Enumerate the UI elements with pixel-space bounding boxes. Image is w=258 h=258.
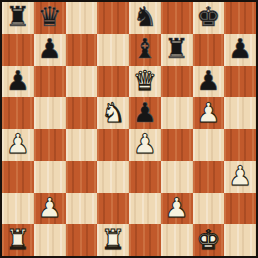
square-a7[interactable] — [2, 34, 34, 66]
square-a2[interactable] — [2, 193, 34, 225]
square-d1[interactable]: ♜ — [97, 224, 129, 256]
piece-white-pawn: ♟ — [228, 162, 252, 189]
board-frame: ♜♛♞♚♟♝♜♟♟♛♟♞♟♟♟♟♟♟♟♜♜♚ — [0, 0, 258, 258]
square-d3[interactable] — [97, 161, 129, 193]
square-b3[interactable] — [34, 161, 66, 193]
square-h4[interactable] — [224, 129, 256, 161]
square-b7[interactable]: ♟ — [34, 34, 66, 66]
square-a5[interactable] — [2, 97, 34, 129]
square-d5[interactable]: ♞ — [97, 97, 129, 129]
square-c1[interactable] — [66, 224, 98, 256]
piece-black-pawn: ♟ — [228, 35, 252, 62]
piece-black-rook: ♜ — [165, 35, 189, 62]
square-g8[interactable]: ♚ — [193, 2, 225, 34]
square-f1[interactable] — [161, 224, 193, 256]
square-h7[interactable]: ♟ — [224, 34, 256, 66]
square-c7[interactable] — [66, 34, 98, 66]
square-h3[interactable]: ♟ — [224, 161, 256, 193]
square-e8[interactable]: ♞ — [129, 2, 161, 34]
piece-black-king: ♚ — [196, 3, 220, 30]
square-f4[interactable] — [161, 129, 193, 161]
piece-white-queen: ♛ — [133, 67, 157, 94]
piece-black-pawn: ♟ — [38, 35, 62, 62]
square-c8[interactable] — [66, 2, 98, 34]
piece-black-bishop: ♝ — [133, 35, 157, 62]
piece-white-rook: ♜ — [6, 226, 30, 253]
square-g3[interactable] — [193, 161, 225, 193]
square-a1[interactable]: ♜ — [2, 224, 34, 256]
piece-white-pawn: ♟ — [196, 99, 220, 126]
square-b8[interactable]: ♛ — [34, 2, 66, 34]
piece-black-pawn: ♟ — [6, 67, 30, 94]
square-g1[interactable]: ♚ — [193, 224, 225, 256]
square-b6[interactable] — [34, 66, 66, 98]
square-e1[interactable] — [129, 224, 161, 256]
square-d4[interactable] — [97, 129, 129, 161]
square-e2[interactable] — [129, 193, 161, 225]
square-h5[interactable] — [224, 97, 256, 129]
square-c6[interactable] — [66, 66, 98, 98]
square-f6[interactable] — [161, 66, 193, 98]
square-d7[interactable] — [97, 34, 129, 66]
square-b1[interactable] — [34, 224, 66, 256]
square-c4[interactable] — [66, 129, 98, 161]
piece-black-knight: ♞ — [133, 3, 157, 30]
chess-board: ♜♛♞♚♟♝♜♟♟♛♟♞♟♟♟♟♟♟♟♜♜♚ — [2, 2, 256, 256]
square-b2[interactable]: ♟ — [34, 193, 66, 225]
square-f2[interactable]: ♟ — [161, 193, 193, 225]
piece-white-pawn: ♟ — [133, 130, 157, 157]
square-e7[interactable]: ♝ — [129, 34, 161, 66]
piece-black-rook: ♜ — [6, 3, 30, 30]
piece-white-pawn: ♟ — [38, 194, 62, 221]
square-f7[interactable]: ♜ — [161, 34, 193, 66]
square-g7[interactable] — [193, 34, 225, 66]
piece-white-king: ♚ — [196, 226, 220, 253]
piece-black-pawn: ♟ — [133, 99, 157, 126]
square-h6[interactable] — [224, 66, 256, 98]
square-g5[interactable]: ♟ — [193, 97, 225, 129]
square-e6[interactable]: ♛ — [129, 66, 161, 98]
square-f5[interactable] — [161, 97, 193, 129]
square-g2[interactable] — [193, 193, 225, 225]
square-c3[interactable] — [66, 161, 98, 193]
square-e5[interactable]: ♟ — [129, 97, 161, 129]
square-h1[interactable] — [224, 224, 256, 256]
square-a8[interactable]: ♜ — [2, 2, 34, 34]
square-g4[interactable] — [193, 129, 225, 161]
square-h2[interactable] — [224, 193, 256, 225]
piece-black-queen: ♛ — [38, 3, 62, 30]
square-a6[interactable]: ♟ — [2, 66, 34, 98]
square-c2[interactable] — [66, 193, 98, 225]
square-f3[interactable] — [161, 161, 193, 193]
piece-white-pawn: ♟ — [6, 130, 30, 157]
piece-white-knight: ♞ — [101, 99, 125, 126]
square-f8[interactable] — [161, 2, 193, 34]
piece-white-pawn: ♟ — [165, 194, 189, 221]
square-e4[interactable]: ♟ — [129, 129, 161, 161]
square-g6[interactable]: ♟ — [193, 66, 225, 98]
square-e3[interactable] — [129, 161, 161, 193]
square-d8[interactable] — [97, 2, 129, 34]
piece-black-pawn: ♟ — [196, 67, 220, 94]
square-a4[interactable]: ♟ — [2, 129, 34, 161]
square-b5[interactable] — [34, 97, 66, 129]
square-c5[interactable] — [66, 97, 98, 129]
square-d2[interactable] — [97, 193, 129, 225]
square-h8[interactable] — [224, 2, 256, 34]
square-a3[interactable] — [2, 161, 34, 193]
square-d6[interactable] — [97, 66, 129, 98]
square-b4[interactable] — [34, 129, 66, 161]
piece-white-rook: ♜ — [101, 226, 125, 253]
